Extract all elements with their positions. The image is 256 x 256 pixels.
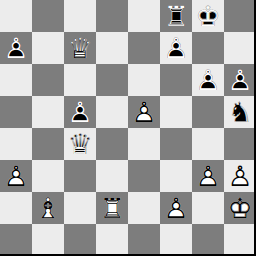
square-f5[interactable] <box>160 96 192 128</box>
white-pawn-outline: ♙ <box>192 160 224 192</box>
square-b3[interactable] <box>32 160 64 192</box>
black-pawn-outline: ♙ <box>160 32 192 64</box>
square-b5[interactable] <box>32 96 64 128</box>
square-f3[interactable] <box>160 160 192 192</box>
square-e1[interactable] <box>128 224 160 256</box>
square-e6[interactable] <box>128 64 160 96</box>
square-g8[interactable]: ♚♔ <box>192 0 224 32</box>
square-f6[interactable] <box>160 64 192 96</box>
white-bishop-outline: ♗ <box>32 192 64 224</box>
square-c8[interactable] <box>64 0 96 32</box>
square-h7[interactable] <box>224 32 256 64</box>
black-pawn-outline: ♙ <box>192 64 224 96</box>
square-b6[interactable] <box>32 64 64 96</box>
square-g2[interactable] <box>192 192 224 224</box>
square-b8[interactable] <box>32 0 64 32</box>
square-c3[interactable] <box>64 160 96 192</box>
square-b2[interactable]: ♝♗ <box>32 192 64 224</box>
square-a1[interactable] <box>0 224 32 256</box>
black-queen: ♛♕ <box>64 128 96 160</box>
black-rook-outline: ♖ <box>160 0 192 32</box>
chess-diagram: ♜♖♚♔♟♙♛♕♟♙♟♙♟♙♟♙♟♙♞♘♛♕♟♙♟♙♟♙♝♗♜♖♟♙♚♔ <box>0 0 256 256</box>
square-c1[interactable] <box>64 224 96 256</box>
black-pawn-outline: ♙ <box>0 32 32 64</box>
square-h6[interactable]: ♟♙ <box>224 64 256 96</box>
square-d7[interactable] <box>96 32 128 64</box>
black-pawn: ♟♙ <box>192 64 224 96</box>
square-e4[interactable] <box>128 128 160 160</box>
square-g1[interactable] <box>192 224 224 256</box>
square-g5[interactable] <box>192 96 224 128</box>
square-g4[interactable] <box>192 128 224 160</box>
board-right-edge-line <box>254 0 256 256</box>
square-a2[interactable] <box>0 192 32 224</box>
black-pawn: ♟♙ <box>160 32 192 64</box>
white-pawn: ♟♙ <box>192 160 224 192</box>
square-h5[interactable]: ♞♘ <box>224 96 256 128</box>
square-e2[interactable] <box>128 192 160 224</box>
square-d6[interactable] <box>96 64 128 96</box>
white-pawn-outline: ♙ <box>160 192 192 224</box>
black-rook: ♜♖ <box>160 0 192 32</box>
white-king-outline: ♔ <box>224 192 256 224</box>
white-queen-outline: ♕ <box>64 32 96 64</box>
black-king: ♚♔ <box>192 0 224 32</box>
square-a5[interactable] <box>0 96 32 128</box>
black-knight: ♞♘ <box>224 96 256 128</box>
square-a6[interactable] <box>0 64 32 96</box>
square-e5[interactable]: ♟♙ <box>128 96 160 128</box>
black-pawn: ♟♙ <box>0 32 32 64</box>
square-c6[interactable] <box>64 64 96 96</box>
square-b1[interactable] <box>32 224 64 256</box>
square-e3[interactable] <box>128 160 160 192</box>
square-e7[interactable] <box>128 32 160 64</box>
square-f8[interactable]: ♜♖ <box>160 0 192 32</box>
chess-board: ♜♖♚♔♟♙♛♕♟♙♟♙♟♙♟♙♟♙♞♘♛♕♟♙♟♙♟♙♝♗♜♖♟♙♚♔ <box>0 0 256 256</box>
square-d2[interactable]: ♜♖ <box>96 192 128 224</box>
black-pawn: ♟♙ <box>64 96 96 128</box>
black-king-outline: ♔ <box>192 0 224 32</box>
square-g6[interactable]: ♟♙ <box>192 64 224 96</box>
white-king: ♚♔ <box>224 192 256 224</box>
black-queen-outline: ♕ <box>64 128 96 160</box>
square-a3[interactable]: ♟♙ <box>0 160 32 192</box>
square-h4[interactable] <box>224 128 256 160</box>
square-f4[interactable] <box>160 128 192 160</box>
square-d5[interactable] <box>96 96 128 128</box>
white-bishop: ♝♗ <box>32 192 64 224</box>
white-pawn: ♟♙ <box>0 160 32 192</box>
square-h1[interactable] <box>224 224 256 256</box>
square-f2[interactable]: ♟♙ <box>160 192 192 224</box>
white-pawn: ♟♙ <box>160 192 192 224</box>
square-b4[interactable] <box>32 128 64 160</box>
square-c4[interactable]: ♛♕ <box>64 128 96 160</box>
square-d8[interactable] <box>96 0 128 32</box>
square-c7[interactable]: ♛♕ <box>64 32 96 64</box>
square-d1[interactable] <box>96 224 128 256</box>
square-d4[interactable] <box>96 128 128 160</box>
square-b7[interactable] <box>32 32 64 64</box>
square-h8[interactable] <box>224 0 256 32</box>
square-a7[interactable]: ♟♙ <box>0 32 32 64</box>
square-c2[interactable] <box>64 192 96 224</box>
square-e8[interactable] <box>128 0 160 32</box>
square-d3[interactable] <box>96 160 128 192</box>
white-pawn-outline: ♙ <box>0 160 32 192</box>
white-rook-outline: ♖ <box>96 192 128 224</box>
black-pawn-outline: ♙ <box>224 64 256 96</box>
square-h2[interactable]: ♚♔ <box>224 192 256 224</box>
white-pawn-outline: ♙ <box>128 96 160 128</box>
square-a4[interactable] <box>0 128 32 160</box>
white-pawn-outline: ♙ <box>224 160 256 192</box>
square-g7[interactable] <box>192 32 224 64</box>
black-knight-outline: ♘ <box>224 96 256 128</box>
square-a8[interactable] <box>0 0 32 32</box>
black-pawn: ♟♙ <box>224 64 256 96</box>
square-c5[interactable]: ♟♙ <box>64 96 96 128</box>
black-pawn-outline: ♙ <box>64 96 96 128</box>
white-pawn: ♟♙ <box>128 96 160 128</box>
square-f7[interactable]: ♟♙ <box>160 32 192 64</box>
square-f1[interactable] <box>160 224 192 256</box>
square-h3[interactable]: ♟♙ <box>224 160 256 192</box>
white-pawn: ♟♙ <box>224 160 256 192</box>
white-rook: ♜♖ <box>96 192 128 224</box>
square-g3[interactable]: ♟♙ <box>192 160 224 192</box>
white-queen: ♛♕ <box>64 32 96 64</box>
